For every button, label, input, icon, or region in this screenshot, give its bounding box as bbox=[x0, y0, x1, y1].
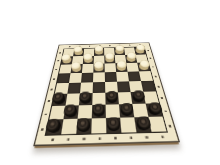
black-piece[interactable] bbox=[119, 104, 134, 118]
piece-top-face bbox=[105, 53, 114, 60]
black-piece[interactable] bbox=[76, 118, 92, 133]
piece-top-face bbox=[106, 91, 118, 101]
black-piece[interactable] bbox=[106, 118, 121, 133]
black-piece[interactable] bbox=[46, 119, 63, 135]
white-piece[interactable] bbox=[115, 63, 127, 72]
checkers-board-scene bbox=[33, 42, 180, 146]
white-piece[interactable] bbox=[137, 62, 150, 71]
white-piece[interactable] bbox=[114, 48, 125, 56]
black-piece[interactable] bbox=[105, 92, 119, 104]
white-piece[interactable] bbox=[93, 64, 104, 73]
piece-top-face bbox=[127, 52, 137, 59]
white-piece[interactable] bbox=[71, 64, 83, 73]
black-piece[interactable] bbox=[79, 93, 93, 105]
white-piece[interactable] bbox=[104, 55, 115, 63]
coordinate-tick-marks-bottom bbox=[45, 135, 169, 141]
black-piece[interactable] bbox=[52, 94, 67, 106]
piece-top-face bbox=[121, 103, 134, 115]
checkers-board bbox=[33, 42, 180, 146]
piece-top-face bbox=[115, 45, 124, 51]
piece-top-face bbox=[93, 104, 105, 116]
black-piece[interactable] bbox=[146, 103, 163, 117]
piece-top-face bbox=[136, 45, 146, 51]
piece-top-face bbox=[107, 117, 120, 130]
piece-top-face bbox=[94, 61, 104, 69]
black-piece[interactable] bbox=[92, 105, 106, 119]
black-piece[interactable] bbox=[131, 92, 146, 104]
white-piece[interactable] bbox=[94, 48, 104, 56]
white-piece[interactable] bbox=[83, 56, 94, 64]
piece-top-face bbox=[139, 60, 150, 68]
black-piece[interactable] bbox=[134, 117, 151, 132]
black-piece[interactable] bbox=[63, 105, 78, 119]
piece-top-face bbox=[133, 90, 146, 100]
white-piece[interactable] bbox=[125, 55, 137, 63]
piece-top-face bbox=[94, 46, 103, 52]
piece-top-face bbox=[117, 61, 127, 69]
